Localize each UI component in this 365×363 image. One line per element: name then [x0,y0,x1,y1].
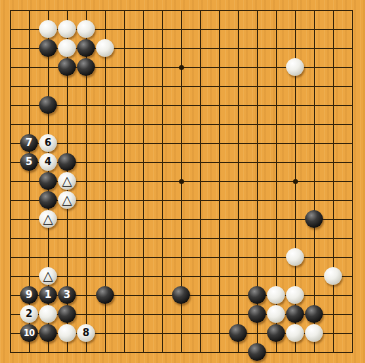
stone-white[interactable]: 4 [39,153,57,171]
grid-line [10,219,353,220]
stone-black[interactable] [58,153,76,171]
move-number-label: 3 [64,290,71,300]
stone-black[interactable] [58,305,76,323]
grid-line [10,276,353,277]
stone-white[interactable] [324,267,342,285]
stone-white[interactable] [39,305,57,323]
stone-black[interactable] [77,39,95,57]
stone-white[interactable] [58,39,76,57]
stone-white[interactable] [286,286,304,304]
stone-white[interactable]: 8 [77,324,95,342]
stone-white[interactable] [286,58,304,76]
move-number-label: 8 [83,328,90,338]
move-number-label: 10 [24,329,35,338]
star-point [293,179,298,184]
move-number-label: 2 [26,309,33,319]
star-point [179,179,184,184]
stone-black[interactable] [248,343,266,361]
grid-line [314,10,315,353]
stone-black[interactable] [39,191,57,209]
star-point [179,65,184,70]
stone-white[interactable] [58,20,76,38]
stone-white[interactable] [286,324,304,342]
stone-black[interactable] [248,305,266,323]
stone-black[interactable]: 7 [20,134,38,152]
grid-line [352,10,353,353]
stone-white[interactable]: 2 [20,305,38,323]
stone-white[interactable] [96,39,114,57]
move-number-label: 6 [45,138,52,148]
stone-black[interactable] [96,286,114,304]
stone-black[interactable] [248,286,266,304]
stone-black[interactable] [229,324,247,342]
triangle-mark: △ [62,174,72,187]
grid-line [10,238,353,239]
move-number-label: 4 [45,157,52,167]
grid-line [219,10,220,353]
stone-black[interactable] [286,305,304,323]
triangle-mark: △ [43,212,53,225]
go-board[interactable]: 7654△△△△9132108 [0,0,365,363]
move-number-label: 1 [45,290,52,300]
stone-black[interactable] [305,305,323,323]
stone-white[interactable]: △ [39,267,57,285]
stone-white[interactable] [305,324,323,342]
stone-white[interactable]: △ [58,191,76,209]
stone-black[interactable] [172,286,190,304]
stone-black[interactable] [305,210,323,228]
stone-black[interactable] [39,39,57,57]
move-number-label: 7 [26,138,33,148]
stone-black[interactable]: 1 [39,286,57,304]
move-number-label: 5 [26,157,33,167]
stone-black[interactable] [39,172,57,190]
grid-line [238,10,239,353]
stone-white[interactable] [267,286,285,304]
stone-white[interactable]: △ [58,172,76,190]
stone-white[interactable] [267,305,285,323]
stone-black[interactable]: 3 [58,286,76,304]
move-number-label: 9 [26,290,33,300]
stone-black[interactable]: 9 [20,286,38,304]
stone-black[interactable] [77,58,95,76]
stone-white[interactable]: △ [39,210,57,228]
stone-black[interactable]: 10 [20,324,38,342]
stone-black[interactable]: 5 [20,153,38,171]
stone-black[interactable] [39,96,57,114]
stone-white[interactable] [77,20,95,38]
stone-white[interactable] [58,324,76,342]
stone-white[interactable] [39,20,57,38]
stone-white[interactable] [286,248,304,266]
triangle-mark: △ [62,193,72,206]
stone-white[interactable]: 6 [39,134,57,152]
stone-black[interactable] [58,58,76,76]
grid-line [10,352,353,353]
stone-black[interactable] [39,324,57,342]
stone-black[interactable] [267,324,285,342]
triangle-mark: △ [43,269,53,282]
grid-line [200,10,201,353]
grid-line [333,10,334,353]
